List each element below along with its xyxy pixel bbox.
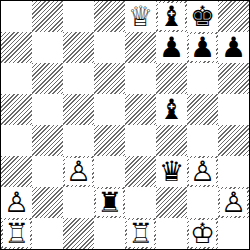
square-d2[interactable]: ♜: [94, 187, 125, 218]
square-h2[interactable]: ♙: [218, 187, 249, 218]
square-b1[interactable]: [32, 218, 63, 249]
chess-board: ♕♝♚♟♟♟♝♙♛♙♙♜♙♖♖♔: [0, 0, 250, 250]
square-f3[interactable]: ♛: [156, 156, 187, 187]
piece-black-pawn-h7[interactable]: ♟: [220, 34, 247, 61]
piece-white-pawn-a2[interactable]: ♙: [3, 189, 30, 216]
square-h8[interactable]: [218, 1, 249, 32]
square-e2[interactable]: [125, 187, 156, 218]
square-c3[interactable]: ♙: [63, 156, 94, 187]
square-c7[interactable]: [63, 32, 94, 63]
square-h5[interactable]: [218, 94, 249, 125]
square-g6[interactable]: [187, 63, 218, 94]
piece-black-pawn-g7[interactable]: ♟: [189, 34, 216, 61]
piece-white-king-g1[interactable]: ♔: [189, 220, 216, 247]
square-a4[interactable]: [1, 125, 32, 156]
square-a8[interactable]: [1, 1, 32, 32]
piece-white-pawn-c3[interactable]: ♙: [65, 158, 92, 185]
square-e3[interactable]: [125, 156, 156, 187]
square-a2[interactable]: ♙: [1, 187, 32, 218]
square-a6[interactable]: [1, 63, 32, 94]
piece-black-rook-d2[interactable]: ♜: [96, 189, 123, 216]
square-b8[interactable]: [32, 1, 63, 32]
chess-diagram: ♕♝♚♟♟♟♝♙♛♙♙♜♙♖♖♔: [0, 0, 250, 250]
square-d4[interactable]: [94, 125, 125, 156]
square-g4[interactable]: [187, 125, 218, 156]
square-g2[interactable]: [187, 187, 218, 218]
square-d1[interactable]: [94, 218, 125, 249]
square-h3[interactable]: [218, 156, 249, 187]
square-g1[interactable]: ♔: [187, 218, 218, 249]
square-c8[interactable]: [63, 1, 94, 32]
square-f7[interactable]: ♟: [156, 32, 187, 63]
square-g5[interactable]: [187, 94, 218, 125]
square-f5[interactable]: ♝: [156, 94, 187, 125]
piece-black-pawn-f7[interactable]: ♟: [158, 34, 185, 61]
piece-black-king-g8[interactable]: ♚: [189, 3, 216, 30]
square-e7[interactable]: [125, 32, 156, 63]
square-f4[interactable]: [156, 125, 187, 156]
square-h6[interactable]: [218, 63, 249, 94]
square-b7[interactable]: [32, 32, 63, 63]
square-b3[interactable]: [32, 156, 63, 187]
square-d8[interactable]: [94, 1, 125, 32]
square-d6[interactable]: [94, 63, 125, 94]
square-a3[interactable]: [1, 156, 32, 187]
square-g3[interactable]: ♙: [187, 156, 218, 187]
square-e4[interactable]: [125, 125, 156, 156]
piece-white-rook-e1[interactable]: ♖: [127, 220, 154, 247]
square-e6[interactable]: [125, 63, 156, 94]
square-f6[interactable]: [156, 63, 187, 94]
square-f8[interactable]: ♝: [156, 1, 187, 32]
square-f2[interactable]: [156, 187, 187, 218]
square-g7[interactable]: ♟: [187, 32, 218, 63]
square-b6[interactable]: [32, 63, 63, 94]
square-b4[interactable]: [32, 125, 63, 156]
square-d5[interactable]: [94, 94, 125, 125]
square-h4[interactable]: [218, 125, 249, 156]
square-c2[interactable]: [63, 187, 94, 218]
square-h1[interactable]: [218, 218, 249, 249]
square-e1[interactable]: ♖: [125, 218, 156, 249]
piece-white-pawn-g3[interactable]: ♙: [189, 158, 216, 185]
square-a5[interactable]: [1, 94, 32, 125]
piece-black-bishop-f5[interactable]: ♝: [158, 96, 185, 123]
piece-black-bishop-f8[interactable]: ♝: [158, 3, 185, 30]
square-g8[interactable]: ♚: [187, 1, 218, 32]
piece-white-rook-a1[interactable]: ♖: [3, 220, 30, 247]
piece-white-queen-e8[interactable]: ♕: [127, 3, 154, 30]
square-a7[interactable]: [1, 32, 32, 63]
piece-black-queen-f3[interactable]: ♛: [158, 158, 185, 185]
square-e8[interactable]: ♕: [125, 1, 156, 32]
square-a1[interactable]: ♖: [1, 218, 32, 249]
square-h7[interactable]: ♟: [218, 32, 249, 63]
square-c6[interactable]: [63, 63, 94, 94]
square-d7[interactable]: [94, 32, 125, 63]
square-b2[interactable]: [32, 187, 63, 218]
square-e5[interactable]: [125, 94, 156, 125]
square-c1[interactable]: [63, 218, 94, 249]
piece-white-pawn-h2[interactable]: ♙: [220, 189, 247, 216]
square-d3[interactable]: [94, 156, 125, 187]
square-c4[interactable]: [63, 125, 94, 156]
square-b5[interactable]: [32, 94, 63, 125]
square-c5[interactable]: [63, 94, 94, 125]
square-f1[interactable]: [156, 218, 187, 249]
